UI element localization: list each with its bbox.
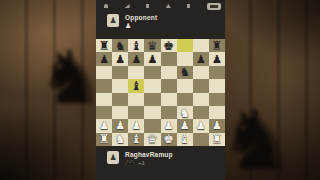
player-name: RaghavRamup <box>125 151 173 159</box>
notification-icon <box>104 4 108 8</box>
square-g3[interactable] <box>193 106 209 119</box>
player-captured-pieces: ♟♟ +1 <box>125 160 173 167</box>
piece-white-bishop[interactable]: ♝ <box>131 133 142 145</box>
opponent-player-bar[interactable]: ♟ Opponent ♟ <box>107 14 157 30</box>
square-c6[interactable] <box>128 66 144 79</box>
square-h8[interactable]: ♜ <box>209 39 225 52</box>
square-b1[interactable]: ♞ <box>112 133 128 146</box>
square-c7[interactable]: ♟ <box>128 52 144 65</box>
signal-icon <box>125 4 130 8</box>
square-a2[interactable]: ♟ <box>96 119 112 132</box>
square-g7[interactable]: ♟ <box>193 52 209 65</box>
piece-black-rook[interactable]: ♜ <box>99 39 110 51</box>
piece-white-pawn[interactable]: ♟ <box>115 120 125 131</box>
player-bar[interactable]: ♟ RaghavRamup ♟♟ +1 <box>107 151 173 167</box>
piece-white-king[interactable]: ♚ <box>163 133 174 145</box>
square-g4[interactable] <box>193 93 209 106</box>
square-f2[interactable]: ♟ <box>177 119 193 132</box>
piece-white-rook[interactable]: ♜ <box>99 133 110 145</box>
square-a4[interactable] <box>96 93 112 106</box>
square-d8[interactable]: ♛ <box>144 39 160 52</box>
square-c5[interactable]: ♝ <box>128 79 144 92</box>
screenshot-stage: ♞ ♞ ♟ Opponent ♟ ♜♞♝♛♚♜♟♟♟♟♟♟♞♝♞♟♟♟♟♟♟♟♜… <box>0 0 320 180</box>
piece-white-rook[interactable]: ♜ <box>212 133 223 145</box>
square-h6[interactable] <box>209 66 225 79</box>
square-f3[interactable]: ♞ <box>177 106 193 119</box>
piece-black-pawn[interactable]: ♟ <box>212 53 222 64</box>
piece-white-pawn[interactable]: ♟ <box>180 120 190 131</box>
piece-white-pawn[interactable]: ♟ <box>164 120 174 131</box>
square-e2[interactable]: ♟ <box>161 119 177 132</box>
piece-black-bishop[interactable]: ♝ <box>131 79 142 91</box>
square-b6[interactable] <box>112 66 128 79</box>
square-g1[interactable] <box>193 133 209 146</box>
square-c2[interactable]: ♟ <box>128 119 144 132</box>
square-b8[interactable]: ♞ <box>112 39 128 52</box>
square-a3[interactable] <box>96 106 112 119</box>
square-c4[interactable] <box>128 93 144 106</box>
battery-icon <box>207 3 221 10</box>
square-f5[interactable] <box>177 79 193 92</box>
piece-black-king[interactable]: ♚ <box>163 39 174 51</box>
piece-black-rook[interactable]: ♜ <box>212 39 223 51</box>
captured-black-pawns-icon: ♟♟ <box>125 160 135 167</box>
square-d3[interactable] <box>144 106 160 119</box>
square-d1[interactable]: ♛ <box>144 133 160 146</box>
piece-white-pawn[interactable]: ♟ <box>212 120 222 131</box>
square-f6[interactable]: ♞ <box>177 66 193 79</box>
square-h2[interactable]: ♟ <box>209 119 225 132</box>
square-e8[interactable]: ♚ <box>161 39 177 52</box>
data-icon <box>187 4 190 8</box>
piece-black-queen[interactable]: ♛ <box>147 39 158 51</box>
square-c1[interactable]: ♝ <box>128 133 144 146</box>
square-h3[interactable] <box>209 106 225 119</box>
square-h4[interactable] <box>209 93 225 106</box>
piece-black-bishop[interactable]: ♝ <box>131 39 142 51</box>
square-e7[interactable] <box>161 52 177 65</box>
piece-black-pawn[interactable]: ♟ <box>131 53 141 64</box>
square-e6[interactable] <box>161 66 177 79</box>
square-h1[interactable]: ♜ <box>209 133 225 146</box>
piece-black-pawn[interactable]: ♟ <box>196 53 206 64</box>
square-f4[interactable] <box>177 93 193 106</box>
square-c8[interactable]: ♝ <box>128 39 144 52</box>
square-g2[interactable]: ♟ <box>193 119 209 132</box>
piece-white-knight[interactable]: ♞ <box>115 133 126 145</box>
square-b5[interactable] <box>112 79 128 92</box>
square-a8[interactable]: ♜ <box>96 39 112 52</box>
square-f7[interactable] <box>177 52 193 65</box>
chess-board: ♜♞♝♛♚♜♟♟♟♟♟♟♞♝♞♟♟♟♟♟♟♟♜♞♝♛♚♝♜ <box>96 39 225 146</box>
square-g5[interactable] <box>193 79 209 92</box>
square-d4[interactable] <box>144 93 160 106</box>
piece-white-pawn[interactable]: ♟ <box>196 120 206 131</box>
avatar-piece-icon: ♟ <box>109 17 116 25</box>
square-b3[interactable] <box>112 106 128 119</box>
opponent-captured-pieces: ♟ <box>125 23 157 30</box>
square-f8[interactable] <box>177 39 193 52</box>
square-a5[interactable] <box>96 79 112 92</box>
piece-white-queen[interactable]: ♛ <box>147 133 158 145</box>
opponent-avatar[interactable]: ♟ <box>107 14 119 27</box>
square-c3[interactable] <box>128 106 144 119</box>
square-d5[interactable] <box>144 79 160 92</box>
piece-black-pawn[interactable]: ♟ <box>148 53 158 64</box>
piece-white-knight[interactable]: ♞ <box>179 106 190 118</box>
square-a7[interactable]: ♟ <box>96 52 112 65</box>
square-a1[interactable]: ♜ <box>96 133 112 146</box>
captured-white-pawn-icon: ♟ <box>125 23 131 30</box>
piece-white-pawn[interactable]: ♟ <box>99 120 109 131</box>
square-e5[interactable] <box>161 79 177 92</box>
square-d2[interactable] <box>144 119 160 132</box>
square-g8[interactable] <box>193 39 209 52</box>
wifi-icon <box>166 4 171 8</box>
square-e4[interactable] <box>161 93 177 106</box>
player-avatar[interactable]: ♟ <box>107 151 119 164</box>
piece-black-knight[interactable]: ♞ <box>115 39 126 51</box>
opponent-name: Opponent <box>125 14 157 22</box>
square-b4[interactable] <box>112 93 128 106</box>
piece-black-knight[interactable]: ♞ <box>179 66 190 78</box>
avatar-piece-icon: ♟ <box>109 154 116 162</box>
square-b2[interactable]: ♟ <box>112 119 128 132</box>
square-e1[interactable]: ♚ <box>161 133 177 146</box>
piece-white-bishop[interactable]: ♝ <box>179 133 190 145</box>
square-b7[interactable]: ♟ <box>112 52 128 65</box>
square-g6[interactable] <box>193 66 209 79</box>
piece-black-pawn[interactable]: ♟ <box>115 53 125 64</box>
square-a6[interactable] <box>96 66 112 79</box>
square-f1[interactable]: ♝ <box>177 133 193 146</box>
network-icon <box>146 4 149 8</box>
square-e3[interactable] <box>161 106 177 119</box>
chess-app-screen: ♟ Opponent ♟ ♜♞♝♛♚♜♟♟♟♟♟♟♞♝♞♟♟♟♟♟♟♟♜♞♝♛♚… <box>96 0 225 180</box>
square-h7[interactable]: ♟ <box>209 52 225 65</box>
square-h5[interactable] <box>209 79 225 92</box>
status-bar <box>104 2 221 10</box>
square-d7[interactable]: ♟ <box>144 52 160 65</box>
piece-black-pawn[interactable]: ♟ <box>99 53 109 64</box>
piece-white-pawn[interactable]: ♟ <box>131 120 141 131</box>
material-advantage: +1 <box>138 160 145 167</box>
square-d6[interactable] <box>144 66 160 79</box>
